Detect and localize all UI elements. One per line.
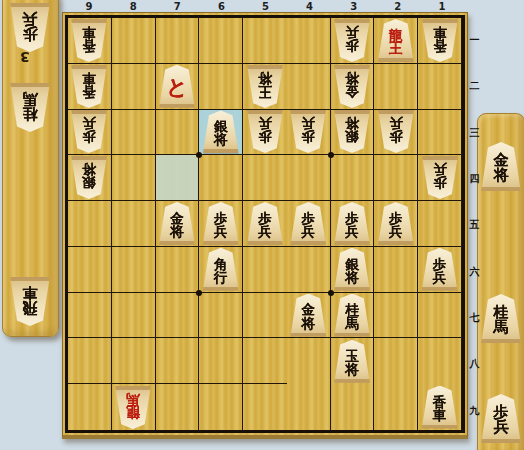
square-7-7[interactable]	[156, 293, 200, 339]
square-7-5[interactable]: 金将	[156, 201, 200, 247]
gote-piece-王将[interactable]: 王将	[246, 65, 284, 108]
piece-kanji: 金将	[158, 202, 196, 245]
star-point	[196, 152, 202, 158]
rank-label-3: 三	[468, 110, 481, 156]
gote-piece-飛車[interactable]: 飛車	[9, 277, 51, 326]
piece-kanji: 飛車	[9, 277, 51, 326]
piece-kanji: 香車	[421, 19, 459, 62]
sente-piece-銀将[interactable]: 銀将	[202, 110, 240, 153]
square-7-6[interactable]	[156, 247, 200, 293]
sente-piece-歩兵[interactable]: 歩兵	[480, 394, 522, 443]
gote-piece-歩兵[interactable]: 歩兵	[70, 110, 108, 153]
square-8-2[interactable]	[112, 64, 156, 110]
square-8-6[interactable]	[112, 247, 156, 293]
square-6-2[interactable]	[199, 64, 243, 110]
sente-piece-歩兵[interactable]: 歩兵	[421, 248, 459, 291]
piece-kanji: 香車	[421, 386, 459, 429]
square-5-3[interactable]: 歩兵	[243, 110, 287, 156]
square-8-9[interactable]: 龍馬	[112, 384, 156, 430]
rank-label-7: 七	[468, 295, 481, 341]
piece-kanji: 歩兵	[9, 3, 51, 52]
square-1-5[interactable]	[418, 201, 462, 247]
square-6-7[interactable]	[199, 293, 243, 339]
gote-piece-香車[interactable]: 香車	[70, 65, 108, 108]
square-4-8[interactable]	[287, 338, 331, 384]
gote-piece-龍馬[interactable]: 龍馬	[114, 386, 152, 429]
sente-piece-金将[interactable]: 金将	[158, 202, 196, 245]
square-2-5[interactable]: 歩兵	[374, 201, 418, 247]
square-4-4[interactable]	[287, 155, 331, 201]
square-3-8[interactable]: 玉将	[331, 338, 375, 384]
sente-piece-歩兵[interactable]: 歩兵	[289, 202, 327, 245]
sente-piece-歩兵[interactable]: 歩兵	[333, 202, 371, 245]
sente-captured-stand: 金将桂馬歩兵	[477, 113, 524, 450]
board-grid: 香車歩兵龍王香車香車と王将金将歩兵銀将歩兵歩兵銀将歩兵銀将歩兵金将歩兵歩兵歩兵歩…	[65, 15, 465, 433]
square-1-8[interactable]	[418, 338, 462, 384]
piece-kanji: 桂馬	[9, 83, 51, 132]
sente-piece-龍王[interactable]: 龍王	[377, 19, 415, 62]
sente-piece-と[interactable]: と	[158, 65, 196, 108]
piece-kanji: と	[158, 65, 196, 108]
sente-piece-桂馬[interactable]: 桂馬	[480, 294, 522, 343]
hand-count: 3	[20, 49, 30, 65]
square-8-1[interactable]	[112, 18, 156, 64]
sente-piece-歩兵[interactable]: 歩兵	[377, 202, 415, 245]
square-9-3[interactable]: 歩兵	[68, 110, 112, 156]
square-6-3[interactable]: 銀将	[199, 110, 243, 156]
square-2-9[interactable]	[374, 384, 418, 430]
square-2-3[interactable]: 歩兵	[374, 110, 418, 156]
square-6-8[interactable]	[199, 338, 243, 384]
square-9-5[interactable]	[68, 201, 112, 247]
square-3-9[interactable]	[331, 384, 375, 430]
square-5-1[interactable]	[243, 18, 287, 64]
piece-kanji: 香車	[70, 65, 108, 108]
piece-kanji: 歩兵	[421, 248, 459, 291]
rank-label-4: 四	[468, 156, 481, 202]
square-5-5[interactable]: 歩兵	[243, 201, 287, 247]
piece-kanji: 龍馬	[114, 386, 152, 429]
square-3-2[interactable]: 金将	[331, 64, 375, 110]
square-8-8[interactable]	[112, 338, 156, 384]
square-3-6[interactable]: 銀将	[331, 247, 375, 293]
piece-kanji: 歩兵	[289, 202, 327, 245]
gote-piece-香車[interactable]: 香車	[421, 19, 459, 62]
square-9-4[interactable]: 銀将	[68, 155, 112, 201]
gote-piece-歩兵[interactable]: 歩兵	[333, 19, 371, 62]
piece-kanji: 香車	[70, 19, 108, 62]
square-4-5[interactable]: 歩兵	[287, 201, 331, 247]
square-1-6[interactable]: 歩兵	[418, 247, 462, 293]
gote-piece-桂馬[interactable]: 桂馬	[9, 83, 51, 132]
sente-piece-銀将[interactable]: 銀将	[333, 248, 371, 291]
sente-piece-歩兵[interactable]: 歩兵	[246, 202, 284, 245]
shogi-board: 香車歩兵龍王香車香車と王将金将歩兵銀将歩兵歩兵銀将歩兵銀将歩兵金将歩兵歩兵歩兵歩…	[62, 12, 468, 439]
square-8-7[interactable]	[112, 293, 156, 339]
piece-kanji: 桂馬	[333, 294, 371, 337]
sente-piece-桂馬[interactable]: 桂馬	[333, 294, 371, 337]
square-5-9[interactable]	[243, 384, 287, 430]
star-point	[328, 290, 334, 296]
square-3-3[interactable]: 銀将	[331, 110, 375, 156]
square-6-1[interactable]	[199, 18, 243, 64]
gote-piece-歩兵[interactable]: 歩兵	[377, 110, 415, 153]
square-3-5[interactable]: 歩兵	[331, 201, 375, 247]
square-4-2[interactable]	[287, 64, 331, 110]
square-7-4[interactable]	[156, 155, 200, 201]
rank-label-6: 六	[468, 249, 481, 295]
square-9-8[interactable]	[68, 338, 112, 384]
piece-kanji: 歩兵	[333, 202, 371, 245]
piece-kanji: 歩兵	[333, 19, 371, 62]
square-4-6[interactable]	[287, 247, 331, 293]
square-2-4[interactable]	[374, 155, 418, 201]
piece-kanji: 歩兵	[246, 110, 284, 153]
square-2-7[interactable]	[374, 293, 418, 339]
square-6-6[interactable]: 角行	[199, 247, 243, 293]
square-5-8[interactable]	[243, 338, 287, 384]
piece-kanji: 歩兵	[377, 202, 415, 245]
square-2-8[interactable]	[374, 338, 418, 384]
piece-kanji: 桂馬	[480, 294, 522, 343]
gote-piece-銀将[interactable]: 銀将	[333, 110, 371, 153]
square-4-7[interactable]: 金将	[287, 293, 331, 339]
square-1-9[interactable]: 香車	[418, 384, 462, 430]
square-2-2[interactable]	[374, 64, 418, 110]
gote-piece-銀将[interactable]: 銀将	[70, 156, 108, 199]
piece-kanji: 銀将	[333, 248, 371, 291]
square-3-7[interactable]: 桂馬	[331, 293, 375, 339]
square-1-3[interactable]	[418, 110, 462, 156]
piece-kanji: 金将	[333, 65, 371, 108]
gote-piece-金将[interactable]: 金将	[333, 65, 371, 108]
piece-kanji: 歩兵	[70, 110, 108, 153]
square-5-2[interactable]: 王将	[243, 64, 287, 110]
square-5-7[interactable]	[243, 293, 287, 339]
piece-kanji: 角行	[202, 248, 240, 291]
piece-kanji: 歩兵	[289, 110, 327, 153]
gote-piece-歩兵[interactable]: 歩兵	[246, 110, 284, 153]
rank-label-8: 八	[468, 341, 481, 387]
square-7-8[interactable]	[156, 338, 200, 384]
square-1-2[interactable]	[418, 64, 462, 110]
square-9-1[interactable]: 香車	[68, 18, 112, 64]
piece-kanji: 龍王	[377, 19, 415, 62]
square-2-6[interactable]	[374, 247, 418, 293]
square-2-1[interactable]: 龍王	[374, 18, 418, 64]
square-6-9[interactable]	[199, 384, 243, 430]
shogi-app: { "game": "shogi", "position": { "sfen":…	[0, 0, 524, 450]
square-6-5[interactable]: 歩兵	[199, 201, 243, 247]
rank-label-1: 一	[468, 17, 481, 63]
square-6-4[interactable]	[199, 155, 243, 201]
square-4-1[interactable]	[287, 18, 331, 64]
square-8-3[interactable]	[112, 110, 156, 156]
piece-kanji: 銀将	[202, 110, 240, 153]
square-4-9[interactable]	[287, 384, 331, 430]
sente-piece-香車[interactable]: 香車	[421, 386, 459, 429]
square-9-9[interactable]	[68, 384, 112, 430]
gote-piece-香車[interactable]: 香車	[70, 19, 108, 62]
rank-label-9: 九	[468, 388, 481, 434]
sente-piece-金将[interactable]: 金将	[289, 294, 327, 337]
square-4-3[interactable]: 歩兵	[287, 110, 331, 156]
square-5-6[interactable]	[243, 247, 287, 293]
gote-piece-歩兵[interactable]: 歩兵	[9, 3, 51, 52]
square-7-9[interactable]	[156, 384, 200, 430]
rank-label-2: 二	[468, 63, 481, 109]
square-3-4[interactable]	[331, 155, 375, 201]
square-8-4[interactable]	[112, 155, 156, 201]
gote-piece-歩兵[interactable]: 歩兵	[421, 156, 459, 199]
square-7-3[interactable]	[156, 110, 200, 156]
square-1-7[interactable]	[418, 293, 462, 339]
piece-kanji: 歩兵	[377, 110, 415, 153]
square-5-4[interactable]	[243, 155, 287, 201]
star-point	[328, 152, 334, 158]
sente-piece-歩兵[interactable]: 歩兵	[202, 202, 240, 245]
sente-piece-金将[interactable]: 金将	[480, 142, 522, 191]
gote-piece-歩兵[interactable]: 歩兵	[289, 110, 327, 153]
square-1-4[interactable]: 歩兵	[418, 155, 462, 201]
square-9-2[interactable]: 香車	[68, 64, 112, 110]
square-3-1[interactable]: 歩兵	[331, 18, 375, 64]
piece-kanji: 歩兵	[480, 394, 522, 443]
piece-kanji: 玉将	[333, 340, 371, 383]
piece-kanji: 金将	[480, 142, 522, 191]
star-point	[196, 290, 202, 296]
square-1-1[interactable]: 香車	[418, 18, 462, 64]
square-9-6[interactable]	[68, 247, 112, 293]
gote-captured-stand: 歩兵3桂馬飛車	[2, 0, 59, 337]
rank-labels: 一二三四五六七八九	[468, 17, 481, 434]
piece-kanji: 金将	[289, 294, 327, 337]
rank-label-5: 五	[468, 202, 481, 248]
piece-kanji: 歩兵	[246, 202, 284, 245]
piece-kanji: 歩兵	[421, 156, 459, 199]
piece-kanji: 銀将	[333, 110, 371, 153]
sente-piece-玉将[interactable]: 玉将	[333, 340, 371, 383]
piece-kanji: 王将	[246, 65, 284, 108]
square-7-2[interactable]: と	[156, 64, 200, 110]
piece-kanji: 銀将	[70, 156, 108, 199]
piece-kanji: 歩兵	[202, 202, 240, 245]
square-9-7[interactable]	[68, 293, 112, 339]
square-7-1[interactable]	[156, 18, 200, 64]
sente-piece-角行[interactable]: 角行	[202, 248, 240, 291]
square-8-5[interactable]	[112, 201, 156, 247]
